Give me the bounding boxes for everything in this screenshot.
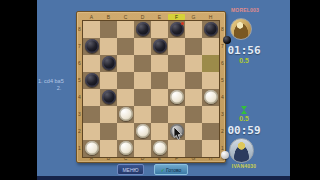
square-g2[interactable] [185, 123, 202, 140]
black-man[interactable] [136, 22, 150, 36]
ready-button-label: Готово [166, 167, 181, 173]
square-f3[interactable] [168, 106, 185, 123]
black-man[interactable] [204, 22, 218, 36]
file-label-e: E [151, 14, 168, 20]
square-h2[interactable] [202, 123, 219, 140]
game-window: 1. cd4 ba5 2. ABCDEFGH ABCDEFGH 87654321… [0, 0, 320, 180]
check-icon: ✓ [161, 167, 165, 173]
square-a4[interactable] [83, 89, 100, 106]
square-c4[interactable] [117, 89, 134, 106]
opponent-avatar [230, 18, 252, 40]
white-man[interactable] [85, 141, 99, 155]
square-e1[interactable] [151, 140, 168, 157]
white-man[interactable] [119, 141, 133, 155]
square-d5[interactable] [134, 72, 151, 89]
square-f8[interactable] [168, 21, 185, 38]
last-move-marker [181, 22, 184, 25]
rank-label-1: 1 [77, 140, 82, 157]
bottom-strip [37, 176, 290, 180]
square-b5[interactable] [100, 72, 117, 89]
square-b7[interactable] [100, 38, 117, 55]
black-man[interactable] [102, 56, 116, 70]
player-clock: 00:59 [222, 124, 266, 137]
file-label-c: C [117, 14, 134, 20]
white-man[interactable] [136, 124, 150, 138]
square-f5[interactable] [168, 72, 185, 89]
rank-label-4: 4 [220, 89, 225, 106]
rank-label-4: 4 [77, 89, 82, 106]
square-e4[interactable] [151, 89, 168, 106]
square-e3[interactable] [151, 106, 168, 123]
move-list: 1. cd4 ba5 2. [38, 78, 80, 92]
file-label-a: A [83, 14, 100, 20]
square-d6[interactable] [134, 55, 151, 72]
square-f7[interactable] [168, 38, 185, 55]
square-a5[interactable] [83, 72, 100, 89]
square-g7[interactable] [185, 38, 202, 55]
square-c1[interactable] [117, 140, 134, 157]
file-label-f: F [168, 14, 185, 20]
player-avatar [229, 138, 254, 163]
square-d1[interactable] [134, 140, 151, 157]
rank-label-7: 7 [77, 38, 82, 55]
square-e8[interactable] [151, 21, 168, 38]
square-c8[interactable] [117, 21, 134, 38]
square-h1[interactable] [202, 140, 219, 157]
square-a7[interactable] [83, 38, 100, 55]
black-man[interactable] [85, 39, 99, 53]
square-h6[interactable] [202, 55, 219, 72]
square-h7[interactable] [202, 38, 219, 55]
rank-label-8: 8 [77, 21, 82, 38]
square-b8[interactable] [100, 21, 117, 38]
opponent-clock: 01:56 [222, 44, 266, 57]
square-e6[interactable] [151, 55, 168, 72]
square-a2[interactable] [83, 123, 100, 140]
white-man[interactable] [153, 141, 167, 155]
square-c2[interactable] [117, 123, 134, 140]
square-g8[interactable] [185, 21, 202, 38]
move-list-line: 2. [38, 85, 80, 92]
rank-label-3: 3 [77, 106, 82, 123]
file-label-b: B [100, 14, 117, 20]
square-g5[interactable] [185, 72, 202, 89]
file-label-h: H [202, 14, 219, 20]
rank-labels-left: 87654321 [77, 21, 82, 157]
square-a3[interactable] [83, 106, 100, 123]
file-label-d: D [134, 14, 151, 20]
opponent-name: MOREL003 [222, 7, 268, 13]
square-g1[interactable] [185, 140, 202, 157]
square-g3[interactable] [185, 106, 202, 123]
black-man[interactable] [102, 90, 116, 104]
square-d4[interactable] [134, 89, 151, 106]
square-e5[interactable] [151, 72, 168, 89]
square-d3[interactable] [134, 106, 151, 123]
menu-button[interactable]: МЕНЮ [117, 164, 144, 175]
turn-indicator-icon [241, 106, 248, 114]
board-grid [83, 21, 219, 157]
white-piece-color-icon [221, 151, 229, 159]
square-b3[interactable] [100, 106, 117, 123]
square-d7[interactable] [134, 38, 151, 55]
rank-label-6: 6 [77, 55, 82, 72]
square-a8[interactable] [83, 21, 100, 38]
square-b2[interactable] [100, 123, 117, 140]
ready-button[interactable]: ✓ Готово [154, 164, 188, 175]
square-a6[interactable] [83, 55, 100, 72]
move-list-line: 1. cd4 ba5 [38, 78, 80, 85]
square-d8[interactable] [134, 21, 151, 38]
rank-label-2: 2 [77, 123, 82, 140]
square-e7[interactable] [151, 38, 168, 55]
white-man[interactable] [119, 107, 133, 121]
square-c6[interactable] [117, 55, 134, 72]
black-piece-color-icon [223, 36, 231, 44]
square-d2[interactable] [134, 123, 151, 140]
file-label-g: G [185, 14, 202, 20]
square-c5[interactable] [117, 72, 134, 89]
black-man[interactable] [85, 73, 99, 87]
opponent-score: 0.5 [222, 57, 266, 64]
black-man[interactable] [153, 39, 167, 53]
square-c3[interactable] [117, 106, 134, 123]
square-h3[interactable] [202, 106, 219, 123]
square-b6[interactable] [100, 55, 117, 72]
square-f4[interactable] [168, 89, 185, 106]
square-b1[interactable] [100, 140, 117, 157]
mouse-cursor-icon [173, 126, 183, 144]
square-f6[interactable] [168, 55, 185, 72]
square-c7[interactable] [117, 38, 134, 55]
square-a1[interactable] [83, 140, 100, 157]
rank-label-5: 5 [220, 72, 225, 89]
menu-button-label: МЕНЮ [122, 167, 138, 173]
square-h4[interactable] [202, 89, 219, 106]
square-h8[interactable] [202, 21, 219, 38]
player-score: 0.5 [222, 115, 266, 122]
square-b4[interactable] [100, 89, 117, 106]
square-g4[interactable] [185, 89, 202, 106]
white-man[interactable] [204, 90, 218, 104]
square-e2[interactable] [151, 123, 168, 140]
square-h5[interactable] [202, 72, 219, 89]
white-man[interactable] [170, 90, 184, 104]
file-labels-top: ABCDEFGH [83, 14, 219, 20]
rank-label-5: 5 [77, 72, 82, 89]
player-name: IVAN4030 [221, 163, 267, 169]
checkers-board: ABCDEFGH ABCDEFGH 87654321 87654321 [76, 11, 226, 163]
square-g6[interactable] [185, 55, 202, 72]
